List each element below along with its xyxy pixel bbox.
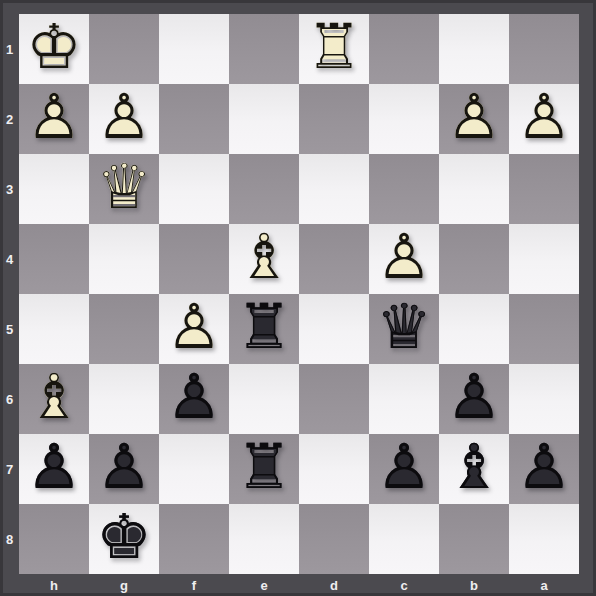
square-f1[interactable] bbox=[159, 14, 229, 84]
white-rook: ♜♖ bbox=[299, 14, 369, 84]
square-g8[interactable]: ♚♔ bbox=[89, 504, 159, 574]
square-c5[interactable]: ♛♕ bbox=[369, 294, 439, 364]
square-f5[interactable]: ♟♙ bbox=[159, 294, 229, 364]
pawn-glyph-fill: ♟ bbox=[516, 436, 572, 498]
square-e7[interactable]: ♜♖ bbox=[229, 434, 299, 504]
square-d1[interactable]: ♜♖ bbox=[299, 14, 369, 84]
king-glyph-outline: ♔ bbox=[96, 506, 152, 568]
square-b2[interactable]: ♟♙ bbox=[439, 84, 509, 154]
square-d7[interactable] bbox=[299, 434, 369, 504]
pawn-glyph-outline: ♙ bbox=[26, 86, 82, 148]
square-e3[interactable] bbox=[229, 154, 299, 224]
square-h8[interactable] bbox=[19, 504, 89, 574]
square-d5[interactable] bbox=[299, 294, 369, 364]
square-g2[interactable]: ♟♙ bbox=[89, 84, 159, 154]
square-c6[interactable] bbox=[369, 364, 439, 434]
king-glyph-fill: ♚ bbox=[96, 506, 152, 568]
rook-glyph-fill: ♜ bbox=[306, 16, 362, 78]
square-c2[interactable] bbox=[369, 84, 439, 154]
rank-label-7: 7 bbox=[0, 434, 19, 504]
black-pawn: ♟♙ bbox=[89, 434, 159, 504]
black-bishop: ♝♗ bbox=[439, 434, 509, 504]
bishop-glyph-fill: ♝ bbox=[236, 226, 292, 288]
bishop-glyph-outline: ♗ bbox=[236, 226, 292, 288]
square-b1[interactable] bbox=[439, 14, 509, 84]
file-label-g: g bbox=[89, 574, 159, 596]
file-label-a: a bbox=[509, 574, 579, 596]
square-e1[interactable] bbox=[229, 14, 299, 84]
square-a4[interactable] bbox=[509, 224, 579, 294]
square-g5[interactable] bbox=[89, 294, 159, 364]
queen-glyph-fill: ♛ bbox=[96, 156, 152, 218]
black-pawn: ♟♙ bbox=[159, 364, 229, 434]
square-a6[interactable] bbox=[509, 364, 579, 434]
square-e6[interactable] bbox=[229, 364, 299, 434]
square-e2[interactable] bbox=[229, 84, 299, 154]
rook-glyph-outline: ♖ bbox=[236, 296, 292, 358]
square-h3[interactable] bbox=[19, 154, 89, 224]
square-c7[interactable]: ♟♙ bbox=[369, 434, 439, 504]
king-glyph-fill: ♚ bbox=[26, 16, 82, 78]
queen-glyph-fill: ♛ bbox=[376, 296, 432, 358]
rank-label-2: 2 bbox=[0, 84, 19, 154]
pawn-glyph-outline: ♙ bbox=[376, 436, 432, 498]
rook-glyph-outline: ♖ bbox=[306, 16, 362, 78]
black-queen: ♛♕ bbox=[369, 294, 439, 364]
rook-glyph-fill: ♜ bbox=[236, 436, 292, 498]
black-rook: ♜♖ bbox=[229, 434, 299, 504]
black-king: ♚♔ bbox=[89, 504, 159, 574]
square-g3[interactable]: ♛♕ bbox=[89, 154, 159, 224]
pawn-glyph-fill: ♟ bbox=[96, 436, 152, 498]
rank-label-5: 5 bbox=[0, 294, 19, 364]
square-b5[interactable] bbox=[439, 294, 509, 364]
white-pawn: ♟♙ bbox=[369, 224, 439, 294]
square-a5[interactable] bbox=[509, 294, 579, 364]
white-bishop: ♝♗ bbox=[19, 364, 89, 434]
rank-label-4: 4 bbox=[0, 224, 19, 294]
file-label-f: f bbox=[159, 574, 229, 596]
rank-label-6: 6 bbox=[0, 364, 19, 434]
queen-glyph-outline: ♕ bbox=[96, 156, 152, 218]
white-king: ♚♔ bbox=[19, 14, 89, 84]
square-d2[interactable] bbox=[299, 84, 369, 154]
square-f6[interactable]: ♟♙ bbox=[159, 364, 229, 434]
square-f2[interactable] bbox=[159, 84, 229, 154]
file-label-c: c bbox=[369, 574, 439, 596]
square-d6[interactable] bbox=[299, 364, 369, 434]
square-a7[interactable]: ♟♙ bbox=[509, 434, 579, 504]
square-e8[interactable] bbox=[229, 504, 299, 574]
square-g1[interactable] bbox=[89, 14, 159, 84]
square-h2[interactable]: ♟♙ bbox=[19, 84, 89, 154]
pawn-glyph-fill: ♟ bbox=[26, 436, 82, 498]
white-pawn: ♟♙ bbox=[89, 84, 159, 154]
file-label-b: b bbox=[439, 574, 509, 596]
pawn-glyph-outline: ♙ bbox=[96, 436, 152, 498]
bishop-glyph-fill: ♝ bbox=[446, 436, 502, 498]
rank-label-3: 3 bbox=[0, 154, 19, 224]
square-h1[interactable]: ♚♔ bbox=[19, 14, 89, 84]
square-f8[interactable] bbox=[159, 504, 229, 574]
white-pawn: ♟♙ bbox=[19, 84, 89, 154]
rank-label-1: 1 bbox=[0, 14, 19, 84]
queen-glyph-outline: ♕ bbox=[376, 296, 432, 358]
square-h7[interactable]: ♟♙ bbox=[19, 434, 89, 504]
file-label-e: e bbox=[229, 574, 299, 596]
pawn-glyph-outline: ♙ bbox=[96, 86, 152, 148]
pawn-glyph-outline: ♙ bbox=[376, 226, 432, 288]
pawn-glyph-outline: ♙ bbox=[446, 366, 502, 428]
black-pawn: ♟♙ bbox=[369, 434, 439, 504]
pawn-glyph-fill: ♟ bbox=[26, 86, 82, 148]
black-rook: ♜♖ bbox=[229, 294, 299, 364]
square-e4[interactable]: ♝♗ bbox=[229, 224, 299, 294]
pawn-glyph-outline: ♙ bbox=[516, 86, 572, 148]
pawn-glyph-outline: ♙ bbox=[166, 366, 222, 428]
bishop-glyph-outline: ♗ bbox=[446, 436, 502, 498]
square-b4[interactable] bbox=[439, 224, 509, 294]
square-c8[interactable] bbox=[369, 504, 439, 574]
chess-board: ♚♔♜♖♟♙♟♙♟♙♟♙♛♕♝♗♟♙♟♙♜♖♛♕♝♗♟♙♟♙♟♙♟♙♜♖♟♙♝♗… bbox=[19, 14, 579, 574]
chess-board-frame: 12345678 ♚♔♜♖♟♙♟♙♟♙♟♙♛♕♝♗♟♙♟♙♜♖♛♕♝♗♟♙♟♙♟… bbox=[0, 0, 596, 596]
white-pawn: ♟♙ bbox=[159, 294, 229, 364]
black-pawn: ♟♙ bbox=[439, 364, 509, 434]
square-h5[interactable] bbox=[19, 294, 89, 364]
pawn-glyph-outline: ♙ bbox=[446, 86, 502, 148]
pawn-glyph-fill: ♟ bbox=[446, 366, 502, 428]
pawn-glyph-outline: ♙ bbox=[516, 436, 572, 498]
square-d8[interactable] bbox=[299, 504, 369, 574]
square-d3[interactable] bbox=[299, 154, 369, 224]
rank-labels: 12345678 bbox=[0, 14, 19, 574]
square-f4[interactable] bbox=[159, 224, 229, 294]
pawn-glyph-fill: ♟ bbox=[96, 86, 152, 148]
pawn-glyph-outline: ♙ bbox=[166, 296, 222, 358]
king-glyph-outline: ♔ bbox=[26, 16, 82, 78]
white-queen: ♛♕ bbox=[89, 154, 159, 224]
square-b6[interactable]: ♟♙ bbox=[439, 364, 509, 434]
rank-label-8: 8 bbox=[0, 504, 19, 574]
square-g4[interactable] bbox=[89, 224, 159, 294]
pawn-glyph-fill: ♟ bbox=[166, 296, 222, 358]
square-d4[interactable] bbox=[299, 224, 369, 294]
black-pawn: ♟♙ bbox=[509, 434, 579, 504]
square-a3[interactable] bbox=[509, 154, 579, 224]
square-f3[interactable] bbox=[159, 154, 229, 224]
square-c3[interactable] bbox=[369, 154, 439, 224]
pawn-glyph-fill: ♟ bbox=[166, 366, 222, 428]
pawn-glyph-outline: ♙ bbox=[26, 436, 82, 498]
square-b3[interactable] bbox=[439, 154, 509, 224]
square-a2[interactable]: ♟♙ bbox=[509, 84, 579, 154]
square-b8[interactable] bbox=[439, 504, 509, 574]
pawn-glyph-fill: ♟ bbox=[516, 86, 572, 148]
rook-glyph-fill: ♜ bbox=[236, 296, 292, 358]
bishop-glyph-outline: ♗ bbox=[26, 366, 82, 428]
bishop-glyph-fill: ♝ bbox=[26, 366, 82, 428]
white-bishop: ♝♗ bbox=[229, 224, 299, 294]
white-pawn: ♟♙ bbox=[509, 84, 579, 154]
file-label-d: d bbox=[299, 574, 369, 596]
file-labels: hgfedcba bbox=[19, 574, 579, 596]
white-pawn: ♟♙ bbox=[439, 84, 509, 154]
pawn-glyph-fill: ♟ bbox=[376, 226, 432, 288]
square-c4[interactable]: ♟♙ bbox=[369, 224, 439, 294]
square-b7[interactable]: ♝♗ bbox=[439, 434, 509, 504]
rook-glyph-outline: ♖ bbox=[236, 436, 292, 498]
square-c1[interactable] bbox=[369, 14, 439, 84]
square-g6[interactable] bbox=[89, 364, 159, 434]
square-a8[interactable] bbox=[509, 504, 579, 574]
square-a1[interactable] bbox=[509, 14, 579, 84]
square-h6[interactable]: ♝♗ bbox=[19, 364, 89, 434]
pawn-glyph-fill: ♟ bbox=[376, 436, 432, 498]
square-g7[interactable]: ♟♙ bbox=[89, 434, 159, 504]
black-pawn: ♟♙ bbox=[19, 434, 89, 504]
square-h4[interactable] bbox=[19, 224, 89, 294]
square-e5[interactable]: ♜♖ bbox=[229, 294, 299, 364]
square-f7[interactable] bbox=[159, 434, 229, 504]
file-label-h: h bbox=[19, 574, 89, 596]
pawn-glyph-fill: ♟ bbox=[446, 86, 502, 148]
